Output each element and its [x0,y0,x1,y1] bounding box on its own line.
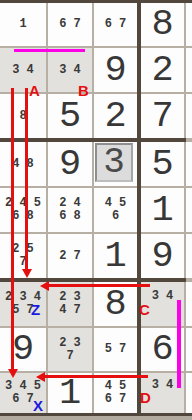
cell-r1c1[interactable]: 1 [0,3,46,46]
chain-A4-to-Z [25,88,28,269]
candidate-line: 4 8 [12,158,34,171]
cell-r3c3[interactable]: 2 [94,94,137,138]
digit: 5 [48,94,92,138]
chain-A3-to-X-arrowhead [8,369,18,378]
chain-label-A: A [29,83,40,98]
chain-A4-to-Z-arrowhead [22,269,32,278]
candidate-line: 6 [112,210,119,223]
cell-r1c4[interactable]: 8 [141,3,184,46]
candidates: 4 8 [0,142,46,186]
chain-C-to-Z-arrowhead [40,281,49,291]
chain-A3-to-X [11,88,14,369]
candidate-line: 6 8 [12,210,34,223]
candidates: 2 37 [48,328,92,371]
cell-r8c5 [186,328,192,371]
candidates: 2 46 8 [48,188,92,232]
cell-r3c2[interactable]: 5 [48,94,92,138]
sudoku-board: 16 76 783 4A3 4B9285274 89352 4 56 82 46… [0,0,192,420]
candidate-line: 6 7 [105,18,127,31]
candidates: 5 7 [94,328,137,371]
cell-r2c5 [186,48,192,92]
digit: 1 [94,234,137,278]
candidate-line: 2 3 [59,337,81,350]
strong-link-A-B [14,49,85,52]
candidate-line: 3 4 [12,64,34,77]
candidates: 2 34 7 [48,282,92,326]
cell-r2c4[interactable]: 2 [141,48,184,92]
cell-r2c1[interactable]: 3 4A [0,48,46,92]
cell-r4c1[interactable]: 4 8 [0,142,46,186]
cell-r6c4[interactable]: 9 [141,234,184,278]
candidate-line: 5 7 [105,343,127,356]
digit: 9 [141,234,184,278]
cell-r4c5 [186,142,192,186]
candidates: 4 56 7 [94,373,137,413]
candidate-line: 6 7 [59,18,81,31]
cell-r2c3[interactable]: 9 [94,48,137,92]
cell-r8c3[interactable]: 5 7 [94,328,137,371]
window-edge [0,416,192,420]
digit: 5 [141,142,184,186]
digit: 7 [141,94,184,138]
digit: 2 [141,48,184,92]
candidate-line: 6 8 [59,210,81,223]
cell-r4c4[interactable]: 5 [141,142,184,186]
cell-r1c3[interactable]: 6 7 [94,3,137,46]
candidates: 2 7 [48,234,92,278]
digit: 8 [141,3,184,46]
cell-r3c4[interactable]: 7 [141,94,184,138]
digit: 2 [94,94,137,138]
candidate-line: 3 4 [152,379,174,392]
cell-r9c5 [186,373,192,413]
chain-label-D: D [140,390,151,405]
candidate-line: 4 7 [59,304,81,317]
candidates: 4 56 [94,188,137,232]
cell-r9c2[interactable]: 1 [48,373,92,413]
cell-r5c2[interactable]: 2 46 8 [48,188,92,232]
strong-link-C-D [177,300,181,388]
cell-r5c3[interactable]: 4 56 [94,188,137,232]
cell-r7c5 [186,282,192,326]
cell-r7c3[interactable]: 8 [94,282,137,326]
cell-r5c5 [186,188,192,232]
chain-label-B: B [78,83,89,98]
candidate-line: 1 [19,18,26,31]
cell-r6c5 [186,234,192,278]
candidate-line: 3 4 [152,290,174,303]
candidate-line: 6 7 [12,393,34,406]
cell-r6c3[interactable]: 1 [94,234,137,278]
digit: 8 [94,282,137,326]
cell-r8c2[interactable]: 2 37 [48,328,92,371]
chain-label-C: C [139,302,150,317]
candidates: 8 [0,94,46,138]
candidates: 6 7 [48,3,92,46]
cell-r7c2[interactable]: 2 34 7 [48,282,92,326]
cell-r2c2[interactable]: 3 4B [48,48,92,92]
selected-given-cell: 3 [95,143,133,182]
cell-r6c2[interactable]: 2 7 [48,234,92,278]
cell-r3c1[interactable]: 8 [0,94,46,138]
candidates: 1 [0,3,46,46]
chain-D-to-X [45,375,148,378]
cell-r9c3[interactable]: 4 56 7 [94,373,137,413]
digit: 9 [94,48,137,92]
digit: 1 [141,188,184,232]
cell-r4c3[interactable]: 3 [94,142,137,186]
chain-label-Z: Z [31,302,40,317]
candidate-line: 7 [66,350,73,363]
cell-r3c5 [186,94,192,138]
candidates: 2 4 56 8 [0,188,46,232]
cell-r8c1[interactable]: 9 [0,328,46,371]
candidate-line: 3 4 [59,64,81,77]
digit: 1 [48,373,92,413]
cell-r1c2[interactable]: 6 7 [48,3,92,46]
cell-r4c2[interactable]: 9 [48,142,92,186]
candidate-line: 6 7 [105,393,127,406]
digit: 9 [0,328,46,371]
candidate-line: 2 7 [59,250,81,263]
chain-label-X: X [33,398,43,413]
candidates: 6 7 [94,3,137,46]
cell-r5c4[interactable]: 1 [141,188,184,232]
cell-r5c1[interactable]: 2 4 56 8 [0,188,46,232]
cell-r1c5 [186,3,192,46]
chain-D-to-X-arrowhead [36,372,45,382]
chain-C-to-Z [48,284,150,287]
digit: 9 [48,142,92,186]
